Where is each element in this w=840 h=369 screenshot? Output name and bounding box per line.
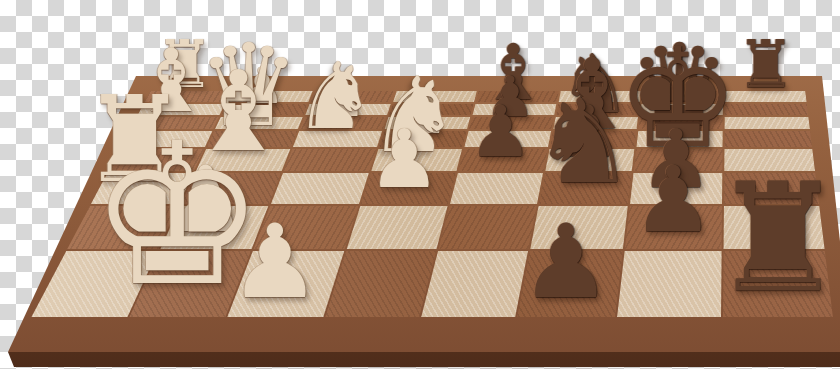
black-rook-a8[interactable]: ♜ xyxy=(736,32,795,98)
chessboard-scene: ♜♜♟♝♟♝♟♞♟♛♞♟♛♝♝♞♚♟♟♜♟♞♟♟♟♚♟♜♟ chess xyxy=(0,0,840,369)
black-pawn-h6[interactable]: ♟ xyxy=(520,211,611,313)
black-pawn-e5[interactable]: ♟ xyxy=(469,96,533,167)
white-pawn-h3[interactable]: ♟ xyxy=(229,211,320,313)
black-knight-f6[interactable]: ♞ xyxy=(531,83,636,200)
white-knight-d3[interactable]: ♞ xyxy=(293,51,375,143)
black-rook-h8[interactable]: ♜ xyxy=(711,163,840,313)
black-pawn-g7[interactable]: ♟ xyxy=(632,154,714,245)
white-pawn-f4[interactable]: ♟ xyxy=(368,119,441,200)
